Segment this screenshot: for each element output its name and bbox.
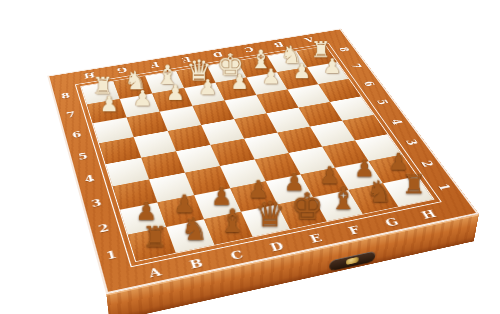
- square-a1[interactable]: ♜: [128, 227, 176, 261]
- piece-cream-pawn-e7[interactable]: ♟: [223, 66, 256, 98]
- piece-brown-bishop-f1[interactable]: ♝: [324, 181, 363, 218]
- piece-brown-bishop-c1[interactable]: ♝: [213, 203, 253, 241]
- piece-brown-rook-h1[interactable]: ♜: [395, 167, 433, 204]
- product-photo-stage: 87654321 87654321 HGFEDCBA ABCDEFGH ♜♞♝♛…: [0, 0, 500, 314]
- piece-brown-knight-g1[interactable]: ♞: [360, 174, 398, 211]
- piece-cream-pawn-f7[interactable]: ♟: [255, 61, 288, 93]
- piece-brown-queen-d1[interactable]: ♛: [250, 195, 289, 233]
- rank-label-4: 4: [376, 113, 418, 131]
- latch-clasp: [329, 251, 376, 272]
- piece-cream-pawn-g7[interactable]: ♟: [286, 56, 319, 88]
- piece-cream-pawn-d7[interactable]: ♟: [191, 72, 224, 104]
- piece-cream-pawn-a7[interactable]: ♟: [92, 88, 126, 121]
- piece-cream-pawn-c7[interactable]: ♟: [159, 77, 193, 110]
- square-d4[interactable]: [210, 139, 254, 166]
- square-d5[interactable]: [201, 119, 244, 145]
- rank-label-6: 6: [350, 76, 389, 92]
- square-d6[interactable]: [192, 101, 234, 126]
- piece-cream-pawn-b7[interactable]: ♟: [126, 83, 160, 116]
- square-e5[interactable]: [234, 113, 277, 138]
- square-a4[interactable]: [106, 158, 149, 187]
- piece-brown-king-e1[interactable]: ♚: [288, 188, 327, 226]
- piece-brown-rook-a1[interactable]: ♜: [135, 218, 175, 257]
- piece-brown-knight-b1[interactable]: ♞: [174, 210, 214, 249]
- folding-chess-box: 87654321 87654321 HGFEDCBA ABCDEFGH ♜♞♝♛…: [47, 29, 479, 295]
- latch-brass-pin: [346, 257, 359, 265]
- rank-label-5: 5: [363, 94, 403, 111]
